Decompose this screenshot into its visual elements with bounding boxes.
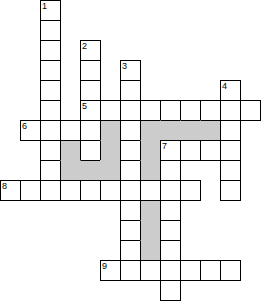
shaded-cell-r7c3 [60, 140, 81, 161]
clue-number-6: 6 [22, 121, 27, 131]
letter-cell-r11c6[interactable] [120, 220, 141, 241]
letter-cell-r5c8[interactable] [160, 100, 181, 121]
letter-cell-r6c2[interactable] [40, 120, 61, 141]
shaded-cell-r7c5 [100, 140, 121, 161]
shaded-cell-r8c3 [60, 160, 81, 181]
letter-cell-r8c6[interactable] [120, 160, 141, 181]
shaded-cell-r8c5 [100, 160, 121, 181]
clue-number-3: 3 [122, 61, 127, 71]
letter-cell-r3c6[interactable]: 3 [120, 60, 141, 81]
shaded-cell-r7c7 [140, 140, 161, 161]
letter-cell-r9c8[interactable] [160, 180, 181, 201]
letter-cell-r3c4[interactable] [80, 60, 101, 81]
letter-cell-r4c11[interactable]: 4 [220, 80, 241, 101]
letter-cell-r7c9[interactable] [180, 140, 201, 161]
letter-cell-r6c1[interactable]: 6 [20, 120, 41, 141]
clue-number-4: 4 [222, 81, 227, 91]
letter-cell-r7c6[interactable] [120, 140, 141, 161]
letter-cell-r7c4[interactable] [80, 140, 101, 161]
letter-cell-r6c6[interactable] [120, 120, 141, 141]
letter-cell-r9c2[interactable] [40, 180, 61, 201]
letter-cell-r13c8[interactable] [160, 260, 181, 281]
letter-cell-r6c11[interactable] [220, 120, 241, 141]
shaded-cell-r11c7 [140, 220, 161, 241]
clue-number-2: 2 [82, 41, 87, 51]
letter-cell-r7c8[interactable]: 7 [160, 140, 181, 161]
letter-cell-r5c12[interactable] [240, 100, 261, 121]
letter-cell-r10c8[interactable] [160, 200, 181, 221]
shaded-cell-r12c7 [140, 240, 161, 261]
clue-number-5: 5 [82, 101, 87, 111]
letter-cell-r6c4[interactable] [80, 120, 101, 141]
letter-cell-r9c0[interactable]: 8 [0, 180, 21, 201]
letter-cell-r1c2[interactable] [40, 20, 61, 41]
letter-cell-r5c9[interactable] [180, 100, 201, 121]
letter-cell-r7c2[interactable] [40, 140, 61, 161]
letter-cell-r9c1[interactable] [20, 180, 41, 201]
letter-cell-r0c2[interactable]: 1 [40, 0, 61, 21]
letter-cell-r8c8[interactable] [160, 160, 181, 181]
letter-cell-r7c10[interactable] [200, 140, 221, 161]
letter-cell-r9c7[interactable] [140, 180, 161, 201]
letter-cell-r3c2[interactable] [40, 60, 61, 81]
shaded-cell-r8c7 [140, 160, 161, 181]
shaded-cell-r6c8 [160, 120, 181, 141]
letter-cell-r11c8[interactable] [160, 220, 181, 241]
letter-cell-r13c9[interactable] [180, 260, 201, 281]
letter-cell-r5c2[interactable] [40, 100, 61, 121]
letter-cell-r8c2[interactable] [40, 160, 61, 181]
shaded-cell-r6c7 [140, 120, 161, 141]
letter-cell-r5c7[interactable] [140, 100, 161, 121]
clue-number-8: 8 [2, 181, 7, 191]
letter-cell-r13c5[interactable]: 9 [100, 260, 121, 281]
letter-cell-r2c4[interactable]: 2 [80, 40, 101, 61]
letter-cell-r4c4[interactable] [80, 80, 101, 101]
crossword-board: 123456789 [0, 0, 261, 301]
shaded-cell-r10c7 [140, 200, 161, 221]
clue-number-9: 9 [102, 261, 107, 271]
shaded-cell-r6c10 [200, 120, 221, 141]
letter-cell-r5c10[interactable] [200, 100, 221, 121]
letter-cell-r14c8[interactable] [160, 280, 181, 301]
letter-cell-r9c9[interactable] [180, 180, 201, 201]
shaded-cell-r8c4 [80, 160, 101, 181]
letter-cell-r12c8[interactable] [160, 240, 181, 261]
letter-cell-r9c6[interactable] [120, 180, 141, 201]
letter-cell-r9c11[interactable] [220, 180, 241, 201]
letter-cell-r9c4[interactable] [80, 180, 101, 201]
letter-cell-r4c6[interactable] [120, 80, 141, 101]
letter-cell-r13c11[interactable] [220, 260, 241, 281]
letter-cell-r13c7[interactable] [140, 260, 161, 281]
letter-cell-r9c5[interactable] [100, 180, 121, 201]
letter-cell-r5c6[interactable] [120, 100, 141, 121]
letter-cell-r12c6[interactable] [120, 240, 141, 261]
shaded-cell-r6c5 [100, 120, 121, 141]
letter-cell-r4c2[interactable] [40, 80, 61, 101]
letter-cell-r5c4[interactable]: 5 [80, 100, 101, 121]
clue-number-1: 1 [42, 1, 47, 11]
letter-cell-r6c3[interactable] [60, 120, 81, 141]
letter-cell-r7c11[interactable] [220, 140, 241, 161]
letter-cell-r13c10[interactable] [200, 260, 221, 281]
letter-cell-r13c6[interactable] [120, 260, 141, 281]
letter-cell-r8c11[interactable] [220, 160, 241, 181]
letter-cell-r5c5[interactable] [100, 100, 121, 121]
letter-cell-r2c2[interactable] [40, 40, 61, 61]
clue-number-7: 7 [162, 141, 167, 151]
shaded-cell-r6c9 [180, 120, 201, 141]
letter-cell-r9c3[interactable] [60, 180, 81, 201]
letter-cell-r10c6[interactable] [120, 200, 141, 221]
letter-cell-r5c11[interactable] [220, 100, 241, 121]
